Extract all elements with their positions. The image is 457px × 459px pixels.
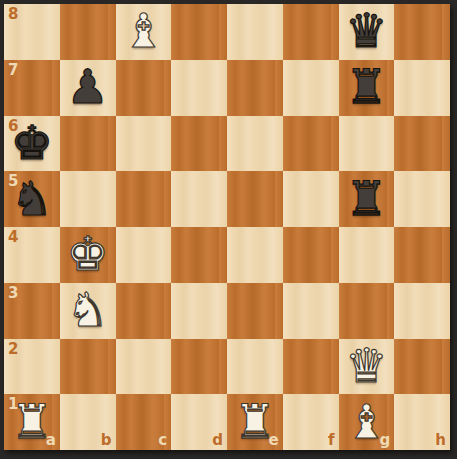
square-h4[interactable] bbox=[394, 227, 450, 283]
square-a6[interactable]: 6♚ bbox=[4, 116, 60, 172]
square-g3[interactable] bbox=[339, 283, 395, 339]
piece-black-rook-g5[interactable]: ♜ bbox=[345, 175, 387, 222]
file-label-b: b bbox=[101, 433, 112, 448]
square-e8[interactable] bbox=[227, 4, 283, 60]
piece-black-pawn-b7[interactable]: ♟ bbox=[67, 63, 109, 110]
rank-label-4: 4 bbox=[8, 230, 18, 245]
square-g1[interactable]: g♝ bbox=[339, 394, 395, 450]
square-f5[interactable] bbox=[283, 171, 339, 227]
square-e7[interactable] bbox=[227, 60, 283, 116]
square-b1[interactable]: b bbox=[60, 394, 116, 450]
square-g5[interactable]: ♜ bbox=[339, 171, 395, 227]
square-c2[interactable] bbox=[116, 339, 172, 395]
piece-white-queen-g2[interactable]: ♛ bbox=[345, 342, 387, 389]
square-a2[interactable]: 2 bbox=[4, 339, 60, 395]
square-f3[interactable] bbox=[283, 283, 339, 339]
square-e4[interactable] bbox=[227, 227, 283, 283]
piece-black-queen-g8[interactable]: ♛ bbox=[345, 7, 387, 54]
square-e5[interactable] bbox=[227, 171, 283, 227]
square-h7[interactable] bbox=[394, 60, 450, 116]
square-c5[interactable] bbox=[116, 171, 172, 227]
square-g4[interactable] bbox=[339, 227, 395, 283]
piece-black-knight-a5[interactable]: ♞ bbox=[11, 175, 53, 222]
square-h3[interactable] bbox=[394, 283, 450, 339]
square-a8[interactable]: 8 bbox=[4, 4, 60, 60]
square-d3[interactable] bbox=[171, 283, 227, 339]
square-f6[interactable] bbox=[283, 116, 339, 172]
board-frame: 8♝♛7♟♜6♚5♞♜4♚3♞2♛1a♜bcde♜fg♝h bbox=[0, 0, 457, 459]
square-h8[interactable] bbox=[394, 4, 450, 60]
square-c4[interactable] bbox=[116, 227, 172, 283]
square-b3[interactable]: ♞ bbox=[60, 283, 116, 339]
square-h6[interactable] bbox=[394, 116, 450, 172]
square-d5[interactable] bbox=[171, 171, 227, 227]
square-f1[interactable]: f bbox=[283, 394, 339, 450]
piece-black-king-a6[interactable]: ♚ bbox=[11, 119, 53, 166]
square-h2[interactable] bbox=[394, 339, 450, 395]
square-a1[interactable]: 1a♜ bbox=[4, 394, 60, 450]
piece-white-bishop-g1[interactable]: ♝ bbox=[345, 398, 387, 445]
file-label-c: c bbox=[158, 433, 167, 448]
square-c8[interactable]: ♝ bbox=[116, 4, 172, 60]
square-b5[interactable] bbox=[60, 171, 116, 227]
square-b7[interactable]: ♟ bbox=[60, 60, 116, 116]
square-a3[interactable]: 3 bbox=[4, 283, 60, 339]
square-f4[interactable] bbox=[283, 227, 339, 283]
square-f8[interactable] bbox=[283, 4, 339, 60]
chess-board: 8♝♛7♟♜6♚5♞♜4♚3♞2♛1a♜bcde♜fg♝h bbox=[4, 4, 450, 450]
square-f7[interactable] bbox=[283, 60, 339, 116]
square-c7[interactable] bbox=[116, 60, 172, 116]
square-b4[interactable]: ♚ bbox=[60, 227, 116, 283]
square-e6[interactable] bbox=[227, 116, 283, 172]
square-d4[interactable] bbox=[171, 227, 227, 283]
square-g7[interactable]: ♜ bbox=[339, 60, 395, 116]
piece-white-rook-e1[interactable]: ♜ bbox=[234, 398, 276, 445]
square-e1[interactable]: e♜ bbox=[227, 394, 283, 450]
rank-label-3: 3 bbox=[8, 286, 18, 301]
file-label-f: f bbox=[328, 433, 335, 448]
square-a7[interactable]: 7 bbox=[4, 60, 60, 116]
square-e3[interactable] bbox=[227, 283, 283, 339]
square-d8[interactable] bbox=[171, 4, 227, 60]
square-b6[interactable] bbox=[60, 116, 116, 172]
square-g8[interactable]: ♛ bbox=[339, 4, 395, 60]
square-c6[interactable] bbox=[116, 116, 172, 172]
piece-black-rook-g7[interactable]: ♜ bbox=[345, 63, 387, 110]
square-h5[interactable] bbox=[394, 171, 450, 227]
rank-label-7: 7 bbox=[8, 63, 18, 78]
square-e2[interactable] bbox=[227, 339, 283, 395]
square-d6[interactable] bbox=[171, 116, 227, 172]
piece-white-knight-b3[interactable]: ♞ bbox=[67, 286, 109, 333]
rank-label-8: 8 bbox=[8, 7, 18, 22]
rank-label-2: 2 bbox=[8, 342, 18, 357]
square-d2[interactable] bbox=[171, 339, 227, 395]
square-f2[interactable] bbox=[283, 339, 339, 395]
file-label-d: d bbox=[212, 433, 223, 448]
square-a5[interactable]: 5♞ bbox=[4, 171, 60, 227]
square-c1[interactable]: c bbox=[116, 394, 172, 450]
square-g2[interactable]: ♛ bbox=[339, 339, 395, 395]
square-c3[interactable] bbox=[116, 283, 172, 339]
square-g6[interactable] bbox=[339, 116, 395, 172]
square-h1[interactable]: h bbox=[394, 394, 450, 450]
piece-white-rook-a1[interactable]: ♜ bbox=[11, 398, 53, 445]
square-d7[interactable] bbox=[171, 60, 227, 116]
square-b2[interactable] bbox=[60, 339, 116, 395]
file-label-h: h bbox=[435, 433, 446, 448]
piece-white-bishop-c8[interactable]: ♝ bbox=[122, 7, 164, 54]
square-a4[interactable]: 4 bbox=[4, 227, 60, 283]
square-b8[interactable] bbox=[60, 4, 116, 60]
square-d1[interactable]: d bbox=[171, 394, 227, 450]
piece-white-king-b4[interactable]: ♚ bbox=[67, 230, 109, 277]
